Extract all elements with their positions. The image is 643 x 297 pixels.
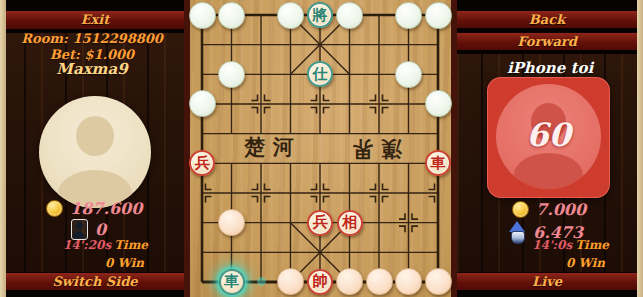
player-time-row: 14':20sTime (0, 238, 148, 252)
hidden-green-piece[interactable] (425, 2, 452, 29)
piece-glyph: 車 (431, 156, 446, 171)
hidden-green-piece[interactable] (395, 61, 422, 88)
coin-icon (512, 201, 529, 218)
top-black-bar-left (6, 0, 184, 10)
person-icon (71, 219, 88, 240)
hidden-green-piece[interactable] (277, 2, 304, 29)
opponent-time-value: 14':0s (532, 238, 572, 252)
player-avatar (39, 96, 151, 208)
opponent-name: iPhone toi (457, 59, 643, 77)
green-piece-將[interactable]: 將 (307, 2, 333, 28)
bottom-black-bar-right (457, 290, 643, 297)
player-time-value: 14':20s (63, 238, 111, 252)
switch-side-button[interactable]: Switch Side (6, 272, 184, 292)
forward-button[interactable]: Forward (457, 32, 637, 52)
hidden-green-piece[interactable] (189, 2, 216, 29)
piece-glyph: 帥 (313, 274, 328, 289)
hidden-green-piece[interactable] (218, 61, 245, 88)
player-games-row: 0 (71, 219, 106, 240)
hidden-green-piece[interactable] (218, 2, 245, 29)
time-label: Time (575, 238, 609, 252)
red-piece-帥[interactable]: 帥 (307, 269, 333, 295)
move-trace-marker (257, 277, 266, 286)
room-label: Room: 1512298800 (0, 31, 184, 46)
back-button[interactable]: Back (457, 10, 637, 30)
exit-button[interactable]: Exit (6, 10, 184, 30)
xiangqi-board[interactable]: 楚 河 漢 界 將仕兵車兵相車帥 (184, 0, 457, 297)
opponent-coins-value: 7.000 (536, 200, 586, 219)
hidden-red-piece[interactable] (277, 268, 304, 295)
turn-countdown: 60 (488, 116, 609, 154)
hidden-green-piece[interactable] (425, 90, 452, 117)
game-screen: Exit Room: 1512298800 Bet: $1.000 Maxma9… (0, 0, 643, 297)
right-edge-strip (637, 0, 643, 297)
hidden-green-piece[interactable] (189, 90, 216, 117)
green-piece-車[interactable]: 車 (219, 269, 245, 295)
left-player-panel: Exit Room: 1512298800 Bet: $1.000 Maxma9… (0, 0, 184, 297)
hidden-red-piece[interactable] (395, 268, 422, 295)
hidden-red-piece[interactable] (366, 268, 393, 295)
piece-glyph: 兵 (195, 156, 210, 171)
piece-glyph: 兵 (313, 215, 328, 230)
time-label: Time (114, 238, 148, 252)
piece-glyph: 將 (313, 8, 328, 23)
opponent-time-row: 14':0sTime (457, 238, 609, 252)
piece-glyph: 車 (224, 274, 239, 289)
red-piece-車[interactable]: 車 (425, 150, 451, 176)
top-black-bar-right (457, 0, 637, 10)
right-player-panel: Back Forward iPhone toi 60 7.000 6.473 1… (457, 0, 643, 297)
divider (457, 50, 637, 54)
player-name: Maxma9 (0, 60, 184, 78)
hidden-green-piece[interactable] (336, 2, 363, 29)
piece-glyph: 仕 (313, 67, 328, 82)
opponent-wins: 0 Win (457, 256, 605, 270)
hidden-red-piece[interactable] (218, 209, 245, 236)
board-grid[interactable]: 將仕兵車兵相車帥 (187, 0, 453, 297)
player-coins-row: 187.600 (46, 199, 142, 218)
live-button[interactable]: Live (457, 272, 637, 292)
piece-glyph: 相 (342, 215, 357, 230)
left-edge-strip (0, 0, 6, 297)
bottom-black-bar-left (0, 290, 184, 297)
player-games-count: 0 (95, 220, 106, 239)
hidden-green-piece[interactable] (395, 2, 422, 29)
hidden-red-piece[interactable] (336, 268, 363, 295)
red-piece-相[interactable]: 相 (337, 210, 363, 236)
coin-icon (46, 200, 63, 217)
hidden-red-piece[interactable] (425, 268, 452, 295)
opponent-turn-card: 60 (487, 77, 610, 198)
red-piece-兵[interactable]: 兵 (189, 150, 215, 176)
green-piece-仕[interactable]: 仕 (307, 61, 333, 87)
red-piece-兵[interactable]: 兵 (307, 210, 333, 236)
player-wins: 0 Win (0, 256, 144, 270)
player-coins-value: 187.600 (70, 199, 142, 218)
opponent-coins-row: 7.000 (512, 200, 586, 219)
